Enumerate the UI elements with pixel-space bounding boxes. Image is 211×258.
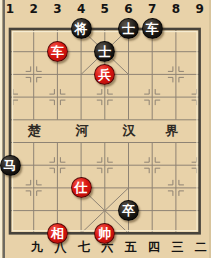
- piece-black-advisor-2[interactable]: 士: [94, 41, 115, 62]
- piece-glyph: 兵: [98, 68, 111, 81]
- piece-glyph: 士: [122, 22, 135, 35]
- piece-black-advisor-1[interactable]: 士: [118, 18, 139, 39]
- file-label-top-7: 7: [148, 2, 156, 16]
- intersection-6-0: 士: [117, 18, 141, 41]
- piece-black-horse[interactable]: 马: [0, 155, 21, 176]
- file-label-top-1: 1: [6, 2, 14, 16]
- intersection-5-2: 兵: [93, 63, 117, 86]
- intersection-7-0: 车: [140, 18, 164, 41]
- piece-glyph: 相: [51, 227, 64, 240]
- piece-glyph: 士: [98, 45, 111, 58]
- file-label-top-5: 5: [101, 2, 109, 16]
- piece-layer: 将士车车士兵马仕卒相帅: [0, 18, 211, 245]
- file-label-top-2: 2: [30, 2, 38, 16]
- piece-glyph: 车: [146, 22, 159, 35]
- intersection-5-9: 帅: [93, 222, 117, 245]
- piece-glyph: 将: [75, 22, 88, 35]
- intersection-4-7: 仕: [69, 176, 93, 199]
- intersection-1-6: 马: [0, 154, 22, 177]
- intersection-6-8: 卒: [117, 199, 141, 222]
- intersection-3-1: 车: [46, 40, 70, 63]
- xiangqi-board-window: 123456789 楚 河 汉 界 将士车车士兵马仕卒相帅 九八七六五四三二一: [0, 0, 211, 258]
- file-label-top-8: 8: [172, 2, 180, 16]
- piece-red-elephant[interactable]: 相: [47, 223, 68, 244]
- piece-black-soldier[interactable]: 卒: [118, 200, 139, 221]
- piece-red-general[interactable]: 帅: [94, 223, 115, 244]
- piece-red-chariot[interactable]: 车: [47, 41, 68, 62]
- intersection-3-9: 相: [46, 222, 70, 245]
- intersection-5-1: 士: [93, 40, 117, 63]
- file-label-top-3: 3: [53, 2, 61, 16]
- file-label-top-4: 4: [77, 2, 85, 16]
- piece-glyph: 仕: [75, 181, 88, 194]
- piece-black-general[interactable]: 将: [71, 18, 92, 39]
- intersection-4-0: 将: [69, 18, 93, 41]
- piece-red-soldier[interactable]: 兵: [94, 64, 115, 85]
- piece-red-advisor[interactable]: 仕: [71, 177, 92, 198]
- piece-glyph: 卒: [122, 204, 135, 217]
- file-label-top-9: 9: [195, 2, 203, 16]
- piece-glyph: 车: [51, 45, 64, 58]
- piece-glyph: 马: [4, 159, 17, 172]
- piece-black-chariot[interactable]: 车: [142, 18, 163, 39]
- file-label-top-6: 6: [124, 2, 132, 16]
- piece-glyph: 帅: [98, 227, 111, 240]
